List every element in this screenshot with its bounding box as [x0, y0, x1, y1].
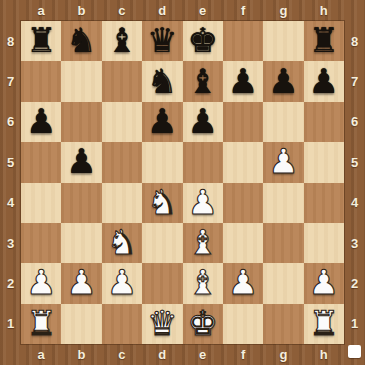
square-d4[interactable]: ♞ [142, 183, 182, 223]
square-e4[interactable]: ♟ [183, 183, 223, 223]
square-c8[interactable]: ♝ [102, 21, 142, 61]
square-a3[interactable] [21, 223, 61, 263]
rank-label: 4 [0, 183, 21, 223]
file-label: e [183, 0, 223, 21]
square-a2[interactable]: ♟ [21, 263, 61, 303]
square-g3[interactable] [263, 223, 303, 263]
rank-label: 3 [344, 223, 365, 263]
black-bishop-piece: ♝ [107, 23, 137, 57]
square-f7[interactable]: ♟ [223, 61, 263, 101]
file-labels-top: a b c d e f g h [21, 0, 344, 21]
black-pawn-piece: ♟ [26, 104, 56, 138]
black-pawn-piece: ♟ [187, 104, 217, 138]
square-g8[interactable] [263, 21, 303, 61]
file-label: h [304, 344, 344, 365]
square-f3[interactable] [223, 223, 263, 263]
square-d7[interactable]: ♞ [142, 61, 182, 101]
black-king-piece: ♚ [187, 23, 217, 57]
square-c4[interactable] [102, 183, 142, 223]
square-e6[interactable]: ♟ [183, 102, 223, 142]
square-e2[interactable]: ♝ [183, 263, 223, 303]
black-rook-piece: ♜ [26, 23, 56, 57]
square-a1[interactable]: ♜ [21, 304, 61, 344]
board-grid: ♜♞♝♛♚♜♞♝♟♟♟♟♟♟♟♟♞♟♞♝♟♟♟♝♟♟♜♛♚♜ [21, 21, 344, 344]
file-labels-bottom: a b c d e f g h [21, 344, 344, 365]
chess-board-frame: a b c d e f g h 8 7 6 5 4 3 2 1 8 7 6 5 … [0, 0, 365, 365]
rank-label: 1 [0, 304, 21, 344]
square-g4[interactable] [263, 183, 303, 223]
file-label: b [61, 0, 101, 21]
white-pawn-piece: ♟ [107, 265, 137, 299]
black-rook-piece: ♜ [309, 23, 339, 57]
square-f1[interactable] [223, 304, 263, 344]
black-bishop-piece: ♝ [187, 64, 217, 98]
file-label: d [142, 344, 182, 365]
white-king-piece: ♚ [187, 306, 217, 340]
file-label: g [263, 0, 303, 21]
square-h1[interactable]: ♜ [304, 304, 344, 344]
file-label: d [142, 0, 182, 21]
square-b6[interactable] [61, 102, 101, 142]
square-d1[interactable]: ♛ [142, 304, 182, 344]
rank-label: 6 [0, 102, 21, 142]
square-c1[interactable] [102, 304, 142, 344]
white-pawn-piece: ♟ [309, 265, 339, 299]
square-a7[interactable] [21, 61, 61, 101]
black-queen-piece: ♛ [147, 23, 177, 57]
rank-label: 2 [344, 263, 365, 303]
white-bishop-piece: ♝ [187, 265, 217, 299]
square-f6[interactable] [223, 102, 263, 142]
white-knight-piece: ♞ [107, 225, 137, 259]
white-queen-piece: ♛ [147, 306, 177, 340]
rank-label: 8 [344, 21, 365, 61]
square-g2[interactable] [263, 263, 303, 303]
black-pawn-piece: ♟ [309, 64, 339, 98]
square-e5[interactable] [183, 142, 223, 182]
square-f2[interactable]: ♟ [223, 263, 263, 303]
file-label: e [183, 344, 223, 365]
rank-labels-right: 8 7 6 5 4 3 2 1 [344, 21, 365, 344]
square-d2[interactable] [142, 263, 182, 303]
file-label: c [102, 0, 142, 21]
square-h7[interactable]: ♟ [304, 61, 344, 101]
rank-label: 3 [0, 223, 21, 263]
rank-label: 8 [0, 21, 21, 61]
square-e7[interactable]: ♝ [183, 61, 223, 101]
square-f4[interactable] [223, 183, 263, 223]
white-rook-piece: ♜ [309, 306, 339, 340]
square-c6[interactable] [102, 102, 142, 142]
square-c2[interactable]: ♟ [102, 263, 142, 303]
square-g6[interactable] [263, 102, 303, 142]
square-g7[interactable]: ♟ [263, 61, 303, 101]
square-g5[interactable]: ♟ [263, 142, 303, 182]
file-label: f [223, 0, 263, 21]
file-label: a [21, 0, 61, 21]
black-knight-piece: ♞ [66, 23, 96, 57]
square-b7[interactable] [61, 61, 101, 101]
rank-label: 6 [344, 102, 365, 142]
rank-label: 7 [344, 61, 365, 101]
white-bishop-piece: ♝ [187, 225, 217, 259]
rank-label: 7 [0, 61, 21, 101]
square-a6[interactable]: ♟ [21, 102, 61, 142]
rank-label: 5 [0, 142, 21, 182]
rank-labels-left: 8 7 6 5 4 3 2 1 [0, 21, 21, 344]
square-h3[interactable] [304, 223, 344, 263]
file-label: a [21, 344, 61, 365]
white-pawn-piece: ♟ [228, 265, 258, 299]
square-d8[interactable]: ♛ [142, 21, 182, 61]
rank-label: 4 [344, 183, 365, 223]
square-d3[interactable] [142, 223, 182, 263]
square-e3[interactable]: ♝ [183, 223, 223, 263]
square-g1[interactable] [263, 304, 303, 344]
square-b1[interactable] [61, 304, 101, 344]
black-knight-piece: ♞ [147, 64, 177, 98]
square-a8[interactable]: ♜ [21, 21, 61, 61]
square-c5[interactable] [102, 142, 142, 182]
black-pawn-piece: ♟ [66, 144, 96, 178]
white-rook-piece: ♜ [26, 306, 56, 340]
black-pawn-piece: ♟ [147, 104, 177, 138]
file-label: h [304, 0, 344, 21]
square-b4[interactable] [61, 183, 101, 223]
black-pawn-piece: ♟ [228, 64, 258, 98]
square-b2[interactable]: ♟ [61, 263, 101, 303]
square-a5[interactable] [21, 142, 61, 182]
square-d6[interactable]: ♟ [142, 102, 182, 142]
rank-label: 1 [344, 304, 365, 344]
white-pawn-piece: ♟ [26, 265, 56, 299]
rank-label: 2 [0, 263, 21, 303]
square-h2[interactable]: ♟ [304, 263, 344, 303]
square-h8[interactable]: ♜ [304, 21, 344, 61]
square-h4[interactable] [304, 183, 344, 223]
square-e1[interactable]: ♚ [183, 304, 223, 344]
file-label: c [102, 344, 142, 365]
square-b5[interactable]: ♟ [61, 142, 101, 182]
square-a4[interactable] [21, 183, 61, 223]
file-label: g [263, 344, 303, 365]
white-pawn-piece: ♟ [268, 144, 298, 178]
square-f5[interactable] [223, 142, 263, 182]
square-f8[interactable] [223, 21, 263, 61]
square-c3[interactable]: ♞ [102, 223, 142, 263]
rank-label: 5 [344, 142, 365, 182]
file-label: f [223, 344, 263, 365]
file-label: b [61, 344, 101, 365]
black-pawn-piece: ♟ [268, 64, 298, 98]
square-h6[interactable] [304, 102, 344, 142]
square-c7[interactable] [102, 61, 142, 101]
white-pawn-piece: ♟ [66, 265, 96, 299]
white-to-move-indicator [348, 345, 361, 358]
white-knight-piece: ♞ [147, 185, 177, 219]
square-b8[interactable]: ♞ [61, 21, 101, 61]
square-d5[interactable] [142, 142, 182, 182]
square-e8[interactable]: ♚ [183, 21, 223, 61]
square-b3[interactable] [61, 223, 101, 263]
square-h5[interactable] [304, 142, 344, 182]
white-pawn-piece: ♟ [187, 185, 217, 219]
